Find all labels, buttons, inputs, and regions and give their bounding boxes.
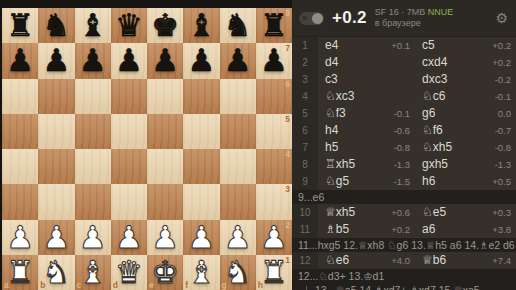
white-queen[interactable]: ♛ <box>115 257 143 288</box>
eval-white: +0.1 <box>375 37 415 54</box>
square-d5[interactable] <box>111 114 147 149</box>
square-e5[interactable] <box>147 114 183 149</box>
variation-line[interactable]: 11...hxg5 12.♕xh8 ♘g6 13.♕h5 a6 14.♗e2 d… <box>292 238 516 252</box>
eval-black: -0.2 <box>475 71 516 88</box>
toggle-off-icon: × <box>302 12 307 25</box>
square-e6[interactable] <box>147 79 183 114</box>
square-f7[interactable]: ♟ <box>183 43 219 78</box>
move-number: 4 <box>292 88 318 105</box>
move-number: 5 <box>292 105 318 122</box>
eval-white <box>375 54 415 71</box>
square-f8[interactable]: ♝ <box>183 8 219 43</box>
move-number: 3 <box>292 71 318 88</box>
square-e1[interactable]: ♚e <box>147 255 183 290</box>
eval-black: +3.8 <box>475 221 516 238</box>
black-knight[interactable]: ♞ <box>42 10 70 41</box>
white-pawn[interactable]: ♟ <box>42 222 70 253</box>
eval-white: -1.5 <box>375 173 415 190</box>
black-pawn[interactable]: ♟ <box>6 45 34 76</box>
white-king[interactable]: ♚ <box>151 257 179 288</box>
square-a5[interactable] <box>2 114 38 149</box>
white-bishop[interactable]: ♝ <box>79 257 107 288</box>
square-c4[interactable] <box>75 149 111 184</box>
square-b6[interactable] <box>38 79 74 114</box>
square-f6[interactable] <box>183 79 219 114</box>
square-d3[interactable] <box>111 184 147 219</box>
square-e7[interactable]: ♟ <box>147 43 183 78</box>
square-g8[interactable]: ♞ <box>220 8 256 43</box>
square-h5[interactable]: 5 <box>256 114 292 149</box>
rank-label-5: 5 <box>285 115 290 124</box>
move-number: 12 <box>292 252 318 269</box>
square-b7[interactable]: ♟ <box>38 43 74 78</box>
square-a8[interactable]: ♜ <box>2 8 38 43</box>
move-black[interactable]: ♘e5 <box>415 204 475 221</box>
square-e8[interactable]: ♚ <box>147 8 183 43</box>
square-a6[interactable] <box>2 79 38 114</box>
white-pawn[interactable]: ♟ <box>79 222 107 253</box>
variation-line[interactable]: 13...♕a5 14.♗xd7+ ♗xd7 15.♕xa5 <box>292 283 516 290</box>
square-b4[interactable] <box>38 149 74 184</box>
white-pawn[interactable]: ♟ <box>6 222 34 253</box>
white-pawn[interactable]: ♟ <box>151 222 179 253</box>
engine-name: SF 16 · 7MB <box>375 7 426 17</box>
eval-white: -0.1 <box>375 105 415 122</box>
white-rook[interactable]: ♜ <box>260 257 288 288</box>
move-black[interactable]: gxh5 <box>415 156 475 173</box>
eval-white: -1.3 <box>375 156 415 173</box>
eval-black: -0.7 <box>475 122 516 139</box>
white-pawn[interactable]: ♟ <box>115 222 143 253</box>
engine-eval: +0.2 <box>332 8 367 28</box>
move-white[interactable]: ♘e6 <box>318 252 375 269</box>
engine-toggle[interactable]: × <box>299 12 324 25</box>
move-row-4: 4♘xc3♘c6-0.1 <box>292 88 516 105</box>
square-h4[interactable]: 4 <box>256 149 292 184</box>
move-number: 7 <box>292 139 318 156</box>
black-rook[interactable]: ♜ <box>6 10 34 41</box>
move-row-9: 9♘g5-1.5h6+0.5 <box>292 173 516 190</box>
move-white[interactable]: h4 <box>318 122 375 139</box>
black-pawn[interactable]: ♟ <box>187 45 215 76</box>
eval-black: +0.3 <box>475 204 516 221</box>
move-white[interactable]: ♗b5 <box>318 221 375 238</box>
move-black[interactable]: ♘xh5 <box>415 139 475 156</box>
square-f2[interactable]: ♟ <box>183 220 219 255</box>
move-white[interactable]: ♘xc3 <box>318 88 375 105</box>
square-f4[interactable] <box>183 149 219 184</box>
move-number: 8 <box>292 156 318 173</box>
move-row-8: 8♖xh5-1.3gxh5-1.3 <box>292 156 516 173</box>
move-black[interactable]: dxc3 <box>415 71 475 88</box>
move-number: 6 <box>292 122 318 139</box>
black-pawn[interactable]: ♟ <box>42 45 70 76</box>
square-b3[interactable] <box>38 184 74 219</box>
black-bishop[interactable]: ♝ <box>187 10 215 41</box>
square-g5[interactable] <box>220 114 256 149</box>
square-d6[interactable] <box>111 79 147 114</box>
square-b1[interactable]: ♞b <box>38 255 74 290</box>
engine-subtitle: в браузере <box>375 18 454 29</box>
rank-label-6: 6 <box>285 80 290 89</box>
move-row-3: 3c3dxc3-0.2 <box>292 71 516 88</box>
move-black[interactable]: ♘c6 <box>415 88 475 105</box>
move-white[interactable]: c3 <box>318 71 375 88</box>
eval-black: -0.1 <box>475 88 516 105</box>
move-row-2: 2d4cxd4+0.2 <box>292 54 516 71</box>
square-c1[interactable]: ♝c <box>75 255 111 290</box>
gear-icon[interactable]: ⚙ <box>495 11 508 25</box>
move-black[interactable]: ♘f6 <box>415 122 475 139</box>
eval-black: -0.8 <box>475 139 516 156</box>
square-h7[interactable]: ♟7 <box>256 43 292 78</box>
analysis-panel: × +0.2 SF 16 · 7MB NNUE в браузере ⚙ 1e4… <box>292 0 516 290</box>
square-a2[interactable]: ♟ <box>2 220 38 255</box>
board-area: ♜♞♝♛♚♝♞♜8♟♟♟♟♟♟♟♟76543♟♟♟♟♟♟♟♟2♜a♞b♝c♛d♚… <box>0 0 292 290</box>
square-g4[interactable] <box>220 149 256 184</box>
square-d1[interactable]: ♛d <box>111 255 147 290</box>
move-white[interactable]: e4 <box>318 37 375 54</box>
move-row-6: 6h4-0.6♘f6-0.7 <box>292 122 516 139</box>
square-c5[interactable] <box>75 114 111 149</box>
square-a3[interactable] <box>2 184 38 219</box>
eval-black: +0.5 <box>475 173 516 190</box>
black-pawn[interactable]: ♟ <box>151 45 179 76</box>
move-number: 9 <box>292 173 318 190</box>
engine-name-line: SF 16 · 7MB NNUE <box>375 7 454 18</box>
square-e4[interactable] <box>147 149 183 184</box>
square-d4[interactable] <box>111 149 147 184</box>
white-bishop[interactable]: ♝ <box>187 257 215 288</box>
move-row-10: 10♕xh5+0.6♘e5+0.3 <box>292 204 516 221</box>
white-pawn[interactable]: ♟ <box>187 222 215 253</box>
square-h3[interactable]: 3 <box>256 184 292 219</box>
square-d2[interactable]: ♟ <box>111 220 147 255</box>
square-a7[interactable]: ♟ <box>2 43 38 78</box>
square-f3[interactable] <box>183 184 219 219</box>
black-king[interactable]: ♚ <box>151 10 179 41</box>
move-row-12: 12♘e6+4.0♕b6+7.4 <box>292 252 516 269</box>
square-a1[interactable]: ♜a <box>2 255 38 290</box>
move-number: 1 <box>292 37 318 54</box>
move-row-11: 11♗b5+0.2a6+3.8 <box>292 221 516 238</box>
move-row-1: 1e4+0.1c5+0.2 <box>292 37 516 54</box>
black-pawn[interactable]: ♟ <box>79 45 107 76</box>
chess-board[interactable]: ♜♞♝♛♚♝♞♜8♟♟♟♟♟♟♟♟76543♟♟♟♟♟♟♟♟2♜a♞b♝c♛d♚… <box>2 8 292 290</box>
move-black[interactable]: a6 <box>415 221 475 238</box>
variation-line[interactable]: 9...e6 <box>292 190 516 204</box>
move-number: 2 <box>292 54 318 71</box>
move-white[interactable]: ♘f3 <box>318 105 375 122</box>
move-white[interactable]: ♘g5 <box>318 173 375 190</box>
eval-black: +7.4 <box>475 252 516 269</box>
eval-white: +4.0 <box>375 252 415 269</box>
move-row-5: 5♘f3-0.1g60.0 <box>292 105 516 122</box>
white-pawn[interactable]: ♟ <box>260 222 288 253</box>
variation-line[interactable]: 12...♘d3+ 13.♔d1 <box>292 269 516 283</box>
move-black[interactable]: g6 <box>415 105 475 122</box>
rank-label-4: 4 <box>285 150 290 159</box>
black-pawn[interactable]: ♟ <box>115 45 143 76</box>
eval-black: -1.3 <box>475 156 516 173</box>
square-e3[interactable] <box>147 184 183 219</box>
white-knight[interactable]: ♞ <box>224 257 252 288</box>
square-h8[interactable]: ♜8 <box>256 8 292 43</box>
square-c3[interactable] <box>75 184 111 219</box>
square-f5[interactable] <box>183 114 219 149</box>
white-knight[interactable]: ♞ <box>42 257 70 288</box>
move-number: 10 <box>292 204 318 221</box>
move-white[interactable]: ♕xh5 <box>318 204 375 221</box>
square-g6[interactable] <box>220 79 256 114</box>
move-white[interactable]: d4 <box>318 54 375 71</box>
square-a4[interactable] <box>2 149 38 184</box>
square-g3[interactable] <box>220 184 256 219</box>
square-b2[interactable]: ♟ <box>38 220 74 255</box>
square-c6[interactable] <box>75 79 111 114</box>
black-rook[interactable]: ♜ <box>260 10 288 41</box>
eval-white: +0.2 <box>375 221 415 238</box>
square-b8[interactable]: ♞ <box>38 8 74 43</box>
move-white[interactable]: ♖xh5 <box>318 156 375 173</box>
square-h2[interactable]: ♟2 <box>256 220 292 255</box>
square-h6[interactable]: 6 <box>256 79 292 114</box>
square-g2[interactable]: ♟ <box>220 220 256 255</box>
move-black[interactable]: cxd4 <box>415 54 475 71</box>
square-d8[interactable]: ♛ <box>111 8 147 43</box>
move-row-7: 7h5-0.8♘xh5-0.8 <box>292 139 516 156</box>
eval-black: 0.0 <box>475 105 516 122</box>
square-e2[interactable]: ♟ <box>147 220 183 255</box>
square-h1[interactable]: ♜1h <box>256 255 292 290</box>
engine-info: SF 16 · 7MB NNUE в браузере <box>375 7 454 29</box>
white-rook[interactable]: ♜ <box>6 257 34 288</box>
square-c7[interactable]: ♟ <box>75 43 111 78</box>
move-white[interactable]: h5 <box>318 139 375 156</box>
square-c2[interactable]: ♟ <box>75 220 111 255</box>
eval-white: +0.6 <box>375 204 415 221</box>
square-d7[interactable]: ♟ <box>111 43 147 78</box>
black-pawn[interactable]: ♟ <box>260 45 288 76</box>
engine-nnue-badge: NNUE <box>428 7 454 17</box>
engine-header: × +0.2 SF 16 · 7MB NNUE в браузере ⚙ <box>292 0 516 36</box>
rank-label-3: 3 <box>285 185 290 194</box>
toggle-knob <box>312 13 323 24</box>
eval-white <box>375 88 415 105</box>
eval-black: +0.2 <box>475 54 516 71</box>
white-pawn[interactable]: ♟ <box>224 222 252 253</box>
eval-white <box>375 71 415 88</box>
move-black[interactable]: h6 <box>415 173 475 190</box>
square-b5[interactable] <box>38 114 74 149</box>
move-black[interactable]: ♕b6 <box>415 252 475 269</box>
eval-black: +0.2 <box>475 37 516 54</box>
black-knight[interactable]: ♞ <box>224 10 252 41</box>
square-c8[interactable]: ♝ <box>75 8 111 43</box>
eval-white: -0.6 <box>375 122 415 139</box>
black-bishop[interactable]: ♝ <box>79 10 107 41</box>
eval-white: -0.8 <box>375 139 415 156</box>
move-black[interactable]: c5 <box>415 37 475 54</box>
square-f1[interactable]: ♝f <box>183 255 219 290</box>
lichess-analysis-app: ♜♞♝♛♚♝♞♜8♟♟♟♟♟♟♟♟76543♟♟♟♟♟♟♟♟2♜a♞b♝c♛d♚… <box>0 0 516 290</box>
black-queen[interactable]: ♛ <box>115 10 143 41</box>
move-list: 1e4+0.1c5+0.22d4cxd4+0.23c3dxc3-0.24♘xc3… <box>292 36 516 290</box>
square-g1[interactable]: ♞g <box>220 255 256 290</box>
move-number: 11 <box>292 221 318 238</box>
black-pawn[interactable]: ♟ <box>224 45 252 76</box>
square-g7[interactable]: ♟ <box>220 43 256 78</box>
